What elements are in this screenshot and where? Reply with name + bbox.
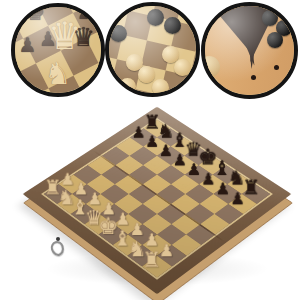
piece-white-rook: ♜ (140, 249, 163, 270)
board-frame-line: ♜♞♝♛♚♝♞♜♟♟♟♟♟♟♟♟♟♟♟♟♟♟♟♟♜♞♝♛♚♝♞♜ (41, 118, 273, 280)
latch-hook-icon (49, 237, 65, 255)
board-scene: ♜♞♝♛♚♝♞♜♟♟♟♟♟♟♟♟♟♟♟♟♟♟♟♟♜♞♝♛♚♝♞♜ (0, 0, 300, 300)
chess-board: ♜♞♝♛♚♝♞♜♟♟♟♟♟♟♟♟♟♟♟♟♟♟♟♟♜♞♝♛♚♝♞♜ (23, 107, 292, 295)
product-photo: ♚ ♟ ♟ ♟ ♛ ♛ ♞ (0, 0, 300, 300)
latch-ring (49, 239, 66, 257)
square-e4 (143, 194, 171, 214)
board-squares: ♜♞♝♛♚♝♞♜♟♟♟♟♟♟♟♟♟♟♟♟♟♟♟♟♜♞♝♛♚♝♞♜ (44, 120, 270, 278)
piece-black-pawn: ♟ (227, 191, 249, 207)
